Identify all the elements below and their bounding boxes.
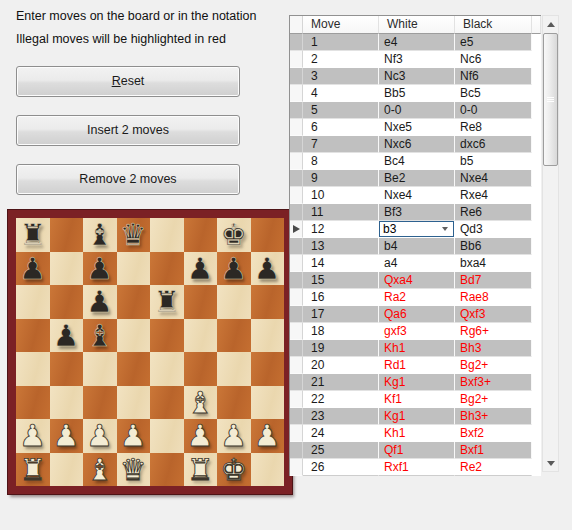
move-number-cell[interactable]: 25 bbox=[303, 442, 379, 459]
insert-2-moves-button[interactable]: Insert 2 moves bbox=[16, 115, 240, 146]
notation-row: 11Bf3Re6 bbox=[290, 204, 540, 221]
square-d1[interactable]: ♛ bbox=[117, 453, 151, 487]
notation-rows: 1e4e52Nf3Nc63Nc3Nf64Bb5Bc550-00-06Nxe5Re… bbox=[290, 34, 540, 476]
black-rook: ♜ bbox=[150, 285, 184, 319]
black-move-cell[interactable]: dxc6 bbox=[455, 136, 532, 153]
move-number-cell[interactable]: 14 bbox=[303, 255, 379, 272]
black-move-cell[interactable]: Bg2+ bbox=[455, 391, 532, 408]
move-number-cell[interactable]: 24 bbox=[303, 425, 379, 442]
filler-cell bbox=[532, 374, 541, 391]
notation-row: 2Nf3Nc6 bbox=[290, 51, 540, 68]
black-move-cell[interactable]: Nxe4 bbox=[455, 170, 532, 187]
notation-row: 20Rd1Bg2+ bbox=[290, 357, 540, 374]
square-f5[interactable] bbox=[184, 319, 218, 353]
chess-board: ♜♝♛♚♟♟♟♟♟♟♜♟♝♝♟♟♟♟♟♟♟♜♝♛♜♚ bbox=[16, 218, 284, 486]
row-header-cell[interactable] bbox=[290, 153, 303, 170]
white-pawn: ♟ bbox=[217, 419, 251, 453]
square-h4[interactable] bbox=[251, 352, 285, 386]
move-number-cell[interactable]: 16 bbox=[303, 289, 379, 306]
square-d2[interactable]: ♟ bbox=[117, 419, 151, 453]
filler-cell bbox=[532, 119, 541, 136]
black-move-cell[interactable]: e5 bbox=[455, 34, 532, 51]
black-pawn: ♟ bbox=[83, 252, 117, 286]
square-g6[interactable] bbox=[217, 285, 251, 319]
black-move-cell[interactable]: Bc5 bbox=[455, 85, 532, 102]
row-header-cell[interactable] bbox=[290, 391, 303, 408]
black-move-cell[interactable]: Rg6+ bbox=[455, 323, 532, 340]
black-move-cell[interactable]: Re2 bbox=[455, 459, 532, 476]
white-pawn: ♟ bbox=[117, 419, 151, 453]
move-number-cell[interactable]: 4 bbox=[303, 85, 379, 102]
black-rook: ♜ bbox=[16, 218, 50, 252]
move-number-cell[interactable]: 3 bbox=[303, 68, 379, 85]
square-d3[interactable] bbox=[117, 386, 151, 420]
notation-row: 7Nxc6dxc6 bbox=[290, 136, 540, 153]
square-c5[interactable]: ♝ bbox=[83, 319, 117, 353]
filler-cell bbox=[532, 85, 541, 102]
white-pawn: ♟ bbox=[184, 419, 218, 453]
remove-2-moves-button[interactable]: Remove 2 moves bbox=[16, 164, 240, 195]
square-d4[interactable] bbox=[117, 352, 151, 386]
white-move-cell[interactable]: Rxf1 bbox=[379, 459, 455, 476]
move-column-header[interactable]: Move bbox=[303, 16, 379, 34]
move-number-cell[interactable]: 7 bbox=[303, 136, 379, 153]
black-move-cell[interactable]: Rxe4 bbox=[455, 187, 532, 204]
notation-row: 25Qf1Bxf1 bbox=[290, 442, 540, 459]
filler-cell bbox=[532, 408, 541, 425]
notation-row: 18gxf3Rg6+ bbox=[290, 323, 540, 340]
square-e8[interactable] bbox=[150, 218, 184, 252]
row-header-cell[interactable] bbox=[290, 221, 303, 238]
square-b7[interactable] bbox=[50, 252, 84, 286]
square-f8[interactable] bbox=[184, 218, 218, 252]
square-a4[interactable] bbox=[16, 352, 50, 386]
square-f1[interactable]: ♜ bbox=[184, 453, 218, 487]
square-f2[interactable]: ♟ bbox=[184, 419, 218, 453]
filler-cell bbox=[532, 255, 541, 272]
black-move-cell[interactable]: Bxf1 bbox=[455, 442, 532, 459]
square-g1[interactable]: ♚ bbox=[217, 453, 251, 487]
filler-cell bbox=[532, 221, 541, 238]
black-move-cell[interactable]: Nc6 bbox=[455, 51, 532, 68]
white-move-cell[interactable]: Kh1 bbox=[379, 340, 455, 357]
scrollbar-grip-icon bbox=[547, 96, 554, 103]
filler-cell bbox=[532, 204, 541, 221]
move-number-cell[interactable]: 19 bbox=[303, 340, 379, 357]
black-move-cell[interactable]: b5 bbox=[455, 153, 532, 170]
square-b1[interactable] bbox=[50, 453, 84, 487]
black-move-cell[interactable]: Bh3+ bbox=[455, 408, 532, 425]
filler-cell bbox=[532, 153, 541, 170]
white-queen: ♛ bbox=[117, 453, 151, 487]
square-g2[interactable]: ♟ bbox=[217, 419, 251, 453]
white-move-cell[interactable]: e4 bbox=[379, 34, 455, 51]
filler-cell bbox=[532, 391, 541, 408]
row-header-cell[interactable] bbox=[290, 306, 303, 323]
square-d7[interactable] bbox=[117, 252, 151, 286]
combo-dropdown-icon[interactable] bbox=[442, 227, 448, 231]
black-move-cell[interactable]: bxa4 bbox=[455, 255, 532, 272]
white-move-cell[interactable]: Kg1 bbox=[379, 408, 455, 425]
black-move-cell[interactable]: Nf6 bbox=[455, 68, 532, 85]
square-b8[interactable] bbox=[50, 218, 84, 252]
notation-row: 23Kg1Bh3+ bbox=[290, 408, 540, 425]
notation-row: 1e4e5 bbox=[290, 34, 540, 51]
row-header-cell[interactable] bbox=[290, 187, 303, 204]
square-b4[interactable] bbox=[50, 352, 84, 386]
square-d5[interactable] bbox=[117, 319, 151, 353]
black-king: ♚ bbox=[217, 218, 251, 252]
black-pawn: ♟ bbox=[184, 252, 218, 286]
move-number-cell[interactable]: 6 bbox=[303, 119, 379, 136]
current-row-indicator-icon bbox=[293, 225, 300, 233]
white-move-cell[interactable]: Nxc6 bbox=[379, 136, 455, 153]
white-move-cell[interactable]: Nxe5 bbox=[379, 119, 455, 136]
white-move-cell[interactable]: Nc3 bbox=[379, 68, 455, 85]
notation-row: 3Nc3Nf6 bbox=[290, 68, 540, 85]
move-number-cell[interactable]: 18 bbox=[303, 323, 379, 340]
white-bishop: ♝ bbox=[83, 453, 117, 487]
white-move-cell[interactable]: Bc4 bbox=[379, 153, 455, 170]
scrollbar-thumb[interactable] bbox=[543, 33, 558, 166]
filler-cell bbox=[532, 442, 541, 459]
move-editor-value[interactable]: b3 bbox=[383, 222, 442, 236]
notation-row: 14a4bxa4 bbox=[290, 255, 540, 272]
black-move-cell[interactable]: Bb6 bbox=[455, 238, 532, 255]
notation-row: 19Kh1Bh3 bbox=[290, 340, 540, 357]
filler-cell bbox=[532, 289, 541, 306]
filler-cell bbox=[532, 272, 541, 289]
black-move-cell[interactable]: Bh3 bbox=[455, 340, 532, 357]
scroll-down-button[interactable] bbox=[543, 455, 558, 471]
square-c1[interactable]: ♝ bbox=[83, 453, 117, 487]
square-d8[interactable]: ♛ bbox=[117, 218, 151, 252]
row-header-cell[interactable] bbox=[290, 119, 303, 136]
square-e5[interactable] bbox=[150, 319, 184, 353]
move-number-cell[interactable]: 12 bbox=[303, 221, 379, 238]
notation-row: 6Nxe5Re8 bbox=[290, 119, 540, 136]
square-g7[interactable]: ♟ bbox=[217, 252, 251, 286]
filler-cell bbox=[532, 425, 541, 442]
black-bishop: ♝ bbox=[83, 319, 117, 353]
row-header-cell[interactable] bbox=[290, 357, 303, 374]
filler-cell bbox=[532, 102, 541, 119]
move-number-cell[interactable]: 1 bbox=[303, 34, 379, 51]
row-header-cell[interactable] bbox=[290, 374, 303, 391]
filler-cell bbox=[532, 68, 541, 85]
filler-cell bbox=[532, 459, 541, 476]
move-number-cell[interactable]: 13 bbox=[303, 238, 379, 255]
notation-row: 4Bb5Bc5 bbox=[290, 85, 540, 102]
square-a3[interactable] bbox=[16, 386, 50, 420]
square-h3[interactable] bbox=[251, 386, 285, 420]
scroll-up-button[interactable] bbox=[543, 16, 558, 32]
black-move-cell[interactable]: Rae8 bbox=[455, 289, 532, 306]
filler-cell bbox=[532, 340, 541, 357]
square-c2[interactable]: ♟ bbox=[83, 419, 117, 453]
notation-row: 10Nxe4Rxe4 bbox=[290, 187, 540, 204]
row-header-cell[interactable] bbox=[290, 85, 303, 102]
filler-cell bbox=[532, 306, 541, 323]
black-move-cell[interactable]: Re8 bbox=[455, 119, 532, 136]
chess-board-frame: ♜♝♛♚♟♟♟♟♟♟♜♟♝♝♟♟♟♟♟♟♟♜♝♛♜♚ bbox=[8, 210, 292, 494]
square-a2[interactable]: ♟ bbox=[16, 419, 50, 453]
white-move-cell[interactable]: b3 bbox=[379, 221, 455, 238]
black-move-cell[interactable]: Bg2+ bbox=[455, 357, 532, 374]
square-e4[interactable] bbox=[150, 352, 184, 386]
notation-header-row: Move White Black bbox=[290, 16, 540, 34]
square-h7[interactable]: ♟ bbox=[251, 252, 285, 286]
white-move-cell[interactable]: a4 bbox=[379, 255, 455, 272]
black-move-cell[interactable]: Bxf2 bbox=[455, 425, 532, 442]
white-pawn: ♟ bbox=[83, 419, 117, 453]
row-header-cell[interactable] bbox=[290, 340, 303, 357]
move-number-cell[interactable]: 21 bbox=[303, 374, 379, 391]
square-c3[interactable] bbox=[83, 386, 117, 420]
square-c8[interactable]: ♝ bbox=[83, 218, 117, 252]
white-pawn: ♟ bbox=[50, 419, 84, 453]
scroll-down-icon bbox=[547, 461, 555, 466]
filler-cell bbox=[532, 136, 541, 153]
scroll-up-icon bbox=[547, 22, 555, 27]
square-h8[interactable] bbox=[251, 218, 285, 252]
black-pawn: ♟ bbox=[50, 319, 84, 353]
white-move-cell[interactable]: gxf3 bbox=[379, 323, 455, 340]
white-pawn: ♟ bbox=[251, 419, 285, 453]
move-number-cell[interactable]: 9 bbox=[303, 170, 379, 187]
move-number-cell[interactable]: 17 bbox=[303, 306, 379, 323]
square-h1[interactable] bbox=[251, 453, 285, 487]
notation-row: 21Kg1Bxf3+ bbox=[290, 374, 540, 391]
black-bishop: ♝ bbox=[83, 218, 117, 252]
square-g8[interactable]: ♚ bbox=[217, 218, 251, 252]
move-number-cell[interactable]: 8 bbox=[303, 153, 379, 170]
row-header-column bbox=[290, 16, 303, 34]
move-number-cell[interactable]: 26 bbox=[303, 459, 379, 476]
notation-row: 50-00-0 bbox=[290, 102, 540, 119]
notation-row: 9Be2Nxe4 bbox=[290, 170, 540, 187]
square-h5[interactable] bbox=[251, 319, 285, 353]
row-header-cell[interactable] bbox=[290, 425, 303, 442]
white-move-cell[interactable]: Bf3 bbox=[379, 204, 455, 221]
filler-cell bbox=[532, 357, 541, 374]
square-b3[interactable] bbox=[50, 386, 84, 420]
move-number-cell[interactable]: 5 bbox=[303, 102, 379, 119]
row-header-cell[interactable] bbox=[290, 323, 303, 340]
square-f6[interactable] bbox=[184, 285, 218, 319]
move-editor-combobox[interactable]: b3 bbox=[379, 221, 455, 238]
row-header-cell[interactable] bbox=[290, 170, 303, 187]
notation-row: 24Kh1Bxf2 bbox=[290, 425, 540, 442]
white-move-cell[interactable]: Nxe4 bbox=[379, 187, 455, 204]
white-move-cell[interactable]: Rd1 bbox=[379, 357, 455, 374]
notation-row: 16Ra2Rae8 bbox=[290, 289, 540, 306]
white-column-header[interactable]: White bbox=[379, 16, 455, 34]
row-header-cell[interactable] bbox=[290, 34, 303, 51]
square-g4[interactable] bbox=[217, 352, 251, 386]
move-number-cell[interactable]: 20 bbox=[303, 357, 379, 374]
white-bishop: ♝ bbox=[184, 386, 218, 420]
black-move-cell[interactable]: Bxf3+ bbox=[455, 374, 532, 391]
white-move-cell[interactable]: Kf1 bbox=[379, 391, 455, 408]
white-move-cell[interactable]: Bb5 bbox=[379, 85, 455, 102]
white-move-cell[interactable]: Be2 bbox=[379, 170, 455, 187]
instruction-line-2: Illegal moves will be highlighted in red bbox=[16, 32, 226, 46]
row-header-cell[interactable] bbox=[290, 136, 303, 153]
white-rook: ♜ bbox=[184, 453, 218, 487]
white-move-cell[interactable]: Qxa4 bbox=[379, 272, 455, 289]
white-move-cell[interactable]: Qa6 bbox=[379, 306, 455, 323]
white-move-cell[interactable]: Qf1 bbox=[379, 442, 455, 459]
square-h2[interactable]: ♟ bbox=[251, 419, 285, 453]
white-move-cell[interactable]: Kg1 bbox=[379, 374, 455, 391]
square-a1[interactable]: ♜ bbox=[16, 453, 50, 487]
white-move-cell[interactable]: Ra2 bbox=[379, 289, 455, 306]
notation-row: 8Bc4b5 bbox=[290, 153, 540, 170]
filler-cell bbox=[532, 238, 541, 255]
filler-cell bbox=[532, 187, 541, 204]
black-pawn: ♟ bbox=[217, 252, 251, 286]
row-header-cell[interactable] bbox=[290, 51, 303, 68]
white-move-cell[interactable]: b4 bbox=[379, 238, 455, 255]
filler-cell bbox=[532, 170, 541, 187]
square-g5[interactable] bbox=[217, 319, 251, 353]
notation-row: 17Qa6Qxf3 bbox=[290, 306, 540, 323]
square-e6[interactable]: ♜ bbox=[150, 285, 184, 319]
notation-row: 26Rxf1Re2 bbox=[290, 459, 540, 476]
black-pawn: ♟ bbox=[83, 285, 117, 319]
square-d6[interactable] bbox=[117, 285, 151, 319]
notation-row: 13b4Bb6 bbox=[290, 238, 540, 255]
row-header-cell[interactable] bbox=[290, 289, 303, 306]
notation-row: 22Kf1Bg2+ bbox=[290, 391, 540, 408]
white-pawn: ♟ bbox=[16, 419, 50, 453]
row-header-cell[interactable] bbox=[290, 68, 303, 85]
move-number-cell[interactable]: 11 bbox=[303, 204, 379, 221]
square-b2[interactable]: ♟ bbox=[50, 419, 84, 453]
move-number-cell[interactable]: 15 bbox=[303, 272, 379, 289]
square-a8[interactable]: ♜ bbox=[16, 218, 50, 252]
black-move-cell[interactable]: Re6 bbox=[455, 204, 532, 221]
square-c6[interactable]: ♟ bbox=[83, 285, 117, 319]
notation-table: Move White Black 1e4e52Nf3Nc63Nc3Nf64Bb5… bbox=[289, 15, 541, 476]
white-rook: ♜ bbox=[16, 453, 50, 487]
black-move-cell[interactable]: Qxf3 bbox=[455, 306, 532, 323]
row-header-cell[interactable] bbox=[290, 272, 303, 289]
window: { "instructions": { "line1": "Enter move… bbox=[0, 0, 572, 530]
row-header-cell[interactable] bbox=[290, 408, 303, 425]
white-move-cell[interactable]: Nf3 bbox=[379, 51, 455, 68]
row-header-cell[interactable] bbox=[290, 204, 303, 221]
move-number-cell[interactable]: 2 bbox=[303, 51, 379, 68]
filler-cell bbox=[532, 323, 541, 340]
square-c7[interactable]: ♟ bbox=[83, 252, 117, 286]
square-g3[interactable] bbox=[217, 386, 251, 420]
filler-cell bbox=[532, 34, 541, 51]
row-header-cell[interactable] bbox=[290, 255, 303, 272]
row-header-cell[interactable] bbox=[290, 238, 303, 255]
square-a5[interactable] bbox=[16, 319, 50, 353]
row-header-cell[interactable] bbox=[290, 442, 303, 459]
black-move-cell[interactable]: 0-0 bbox=[455, 102, 532, 119]
black-pawn: ♟ bbox=[16, 252, 50, 286]
reset-button[interactable]: Reset bbox=[16, 66, 240, 97]
filler-cell bbox=[532, 51, 541, 68]
square-e1[interactable] bbox=[150, 453, 184, 487]
row-header-cell[interactable] bbox=[290, 459, 303, 476]
instruction-line-1: Enter moves on the board or in the notat… bbox=[16, 9, 256, 23]
black-move-cell[interactable]: Bd7 bbox=[455, 272, 532, 289]
black-column-header[interactable]: Black bbox=[455, 16, 532, 34]
move-number-cell[interactable]: 10 bbox=[303, 187, 379, 204]
white-move-cell[interactable]: Kh1 bbox=[379, 425, 455, 442]
notation-scrollbar[interactable] bbox=[542, 15, 559, 472]
move-number-cell[interactable]: 22 bbox=[303, 391, 379, 408]
notation-row: 15Qxa4Bd7 bbox=[290, 272, 540, 289]
square-e2[interactable] bbox=[150, 419, 184, 453]
notation-row: 12b3Qd3 bbox=[290, 221, 540, 238]
white-king: ♚ bbox=[217, 453, 251, 487]
white-move-cell[interactable]: 0-0 bbox=[379, 102, 455, 119]
square-e3[interactable] bbox=[150, 386, 184, 420]
black-move-cell[interactable]: Qd3 bbox=[455, 221, 532, 238]
square-f3[interactable]: ♝ bbox=[184, 386, 218, 420]
black-pawn: ♟ bbox=[251, 252, 285, 286]
square-f7[interactable]: ♟ bbox=[184, 252, 218, 286]
row-header-cell[interactable] bbox=[290, 102, 303, 119]
black-queen: ♛ bbox=[117, 218, 151, 252]
square-b6[interactable] bbox=[50, 285, 84, 319]
square-a7[interactable]: ♟ bbox=[16, 252, 50, 286]
square-e7[interactable] bbox=[150, 252, 184, 286]
filler-column-header bbox=[532, 16, 541, 34]
move-number-cell[interactable]: 23 bbox=[303, 408, 379, 425]
square-f4[interactable] bbox=[184, 352, 218, 386]
square-c4[interactable] bbox=[83, 352, 117, 386]
square-h6[interactable] bbox=[251, 285, 285, 319]
square-a6[interactable] bbox=[16, 285, 50, 319]
square-b5[interactable]: ♟ bbox=[50, 319, 84, 353]
